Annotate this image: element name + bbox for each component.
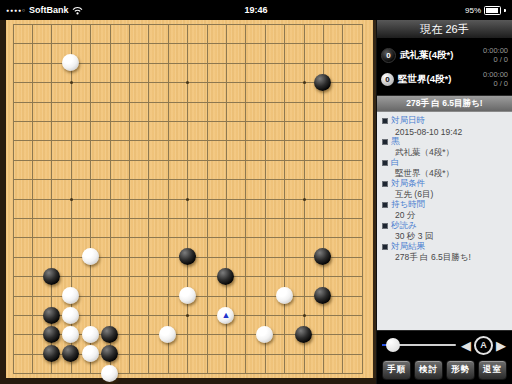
info-value: 278手 白 6.5目勝ち! [382,253,507,264]
white-stone [82,248,99,265]
list-bullet-icon [382,223,388,229]
grid-line-vertical [207,24,208,374]
white-stone [62,287,79,304]
black-stone [314,74,331,91]
black-player-clock: 0:00:000 / 0 [483,46,508,64]
black-stone [101,326,118,343]
grid-line-horizontal [13,218,363,219]
battery-nub [504,9,506,12]
current-move-header: 現在 26手 [377,20,512,39]
next-move-button[interactable]: ▶ [495,338,507,353]
board-edge-bottom [0,378,376,384]
info-label-text: 対局日時 [391,115,425,127]
go-board[interactable]: ▲ [0,20,376,384]
white-stone [276,287,293,304]
slider-knob[interactable] [386,338,400,352]
white-captures-badge: 0 [381,73,394,86]
app-screen: ●●●●○ SoftBank 19:46 95% ▲ 現在 [0,0,512,384]
main-area: ▲ 現在 26手 0 武礼葉(4段*) 0:00:000 / 0 0 堅世界(4… [0,20,512,384]
grid-line-vertical [342,24,343,374]
star-point [70,81,73,84]
black-captures-badge: 0 [381,48,396,63]
review-button[interactable]: 検討 [414,360,443,380]
playback-row: ◀ A ▶ [382,336,507,355]
board-edge-right [373,20,376,384]
list-bullet-icon [382,202,388,208]
action-buttons-row: 手順検討形勢退室 [382,360,507,380]
black-stone [217,268,234,285]
status-bar: ●●●●○ SoftBank 19:46 95% [0,0,512,20]
black-stone [295,326,312,343]
last-move-triangle-marker: ▲ [217,307,234,324]
list-bullet-icon [382,118,388,124]
status-right: 95% [465,6,506,15]
auto-play-button[interactable]: A [474,336,493,355]
star-point [303,198,306,201]
list-bullet-icon [382,244,388,250]
black-stone [179,248,196,265]
black-stone [43,345,60,362]
sequence-button[interactable]: 手順 [382,360,411,380]
list-bullet-icon [382,139,388,145]
grid-line-vertical [362,24,363,374]
previous-move-button[interactable]: ◀ [460,338,472,353]
black-stone [43,326,60,343]
list-bullet-icon [382,181,388,187]
grid-line-horizontal [13,276,363,277]
white-stone [82,326,99,343]
list-bullet-icon [382,160,388,166]
star-point [303,314,306,317]
black-stone [43,307,60,324]
black-stone [314,287,331,304]
white-stone [62,54,79,71]
black-stone [62,345,79,362]
star-point [186,81,189,84]
black-stone [43,268,60,285]
black-stone [314,248,331,265]
info-value: 2015-08-10 19:42 [382,127,507,138]
game-info-list: 対局日時2015-08-10 19:42黒武礼葉（4段*）白堅世界（4段*）対局… [377,112,512,330]
star-point [70,198,73,201]
star-point [303,81,306,84]
star-point [186,314,189,317]
result-banner: 278手 白 6.5目勝ち! [377,95,512,112]
white-stone [62,307,79,324]
evaluation-button[interactable]: 形勢 [446,360,475,380]
white-stone [101,365,118,382]
game-info-sidebar: 現在 26手 0 武礼葉(4段*) 0:00:000 / 0 0 堅世界(4段*… [376,20,512,384]
info-value: 武礼葉（4段*） [382,148,507,159]
white-stone [62,326,79,343]
move-slider[interactable] [382,338,458,352]
black-player-row: 0 武礼葉(4段*) 0:00:000 / 0 [381,43,508,67]
board-edge-left [0,20,6,384]
white-stone [82,345,99,362]
players-panel: 0 武礼葉(4段*) 0:00:000 / 0 0 堅世界(4段*) 0:00:… [377,39,512,95]
white-player-name: 堅世界(4段*) [398,73,479,86]
grid-line-horizontal [13,373,363,374]
grid-line-horizontal [13,237,363,238]
white-stone [159,326,176,343]
star-point [186,198,189,201]
grid-line-vertical [284,24,285,374]
white-player-clock: 0:00:000 / 0 [483,70,508,88]
exit-button[interactable]: 退室 [478,360,507,380]
info-label: 対局日時 [382,116,507,127]
clock-time: 19:46 [0,5,512,15]
black-stone [101,345,118,362]
white-stone [256,326,273,343]
white-player-row: 0 堅世界(4段*) 0:00:000 / 0 [381,67,508,91]
playback-controls: ◀ A ▶ 手順検討形勢退室 [377,330,512,384]
battery-percent: 95% [465,6,481,15]
grid-line-vertical [245,24,246,374]
white-stone [179,287,196,304]
battery-icon [484,6,501,15]
black-player-name: 武礼葉(4段*) [400,49,479,62]
grid-line-vertical [265,24,266,374]
